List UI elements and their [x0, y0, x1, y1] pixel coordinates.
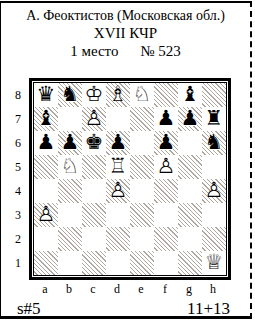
- problem-header: А. Феоктистов (Московская обл.) XVII КЧР…: [1, 3, 250, 60]
- square-a4: [34, 179, 58, 203]
- square-b2: [58, 227, 82, 251]
- rank-label-4: 4: [7, 179, 29, 203]
- author-line: А. Феоктистов (Московская обл.): [1, 7, 250, 24]
- rank-labels: 87654321: [7, 83, 29, 280]
- square-g3: [178, 203, 202, 227]
- piece-bP-a6: ♟: [34, 131, 58, 155]
- square-g4: [178, 179, 202, 203]
- piece-wR-d5: ♜♖: [106, 155, 130, 179]
- square-e3: [130, 203, 154, 227]
- square-b4: [58, 179, 82, 203]
- square-c8: ♚♔: [82, 83, 106, 107]
- square-h5: [202, 155, 226, 179]
- piece-wP-d4: ♟♙: [106, 179, 130, 203]
- square-g2: [178, 227, 202, 251]
- rank-label-1: 1: [7, 251, 29, 275]
- square-h7: ♜: [202, 107, 226, 131]
- square-h6: ♞: [202, 131, 226, 155]
- file-labels: abcdefgh: [33, 282, 250, 297]
- square-f2: [154, 227, 178, 251]
- piece-wN-b5: ♞♘: [58, 155, 82, 179]
- piece-wN-e8: ♞♘: [130, 83, 154, 107]
- square-e7: [130, 107, 154, 131]
- square-g6: [178, 131, 202, 155]
- file-label-a: a: [33, 282, 57, 297]
- square-b1: [58, 251, 82, 275]
- piece-wK-c8: ♚♔: [82, 83, 106, 107]
- square-c4: [82, 179, 106, 203]
- square-d5: ♜♖: [106, 155, 130, 179]
- problem-number: № 523: [140, 43, 181, 59]
- piece-bN-b8: ♞: [58, 83, 82, 107]
- square-e8: ♞♘: [130, 83, 154, 107]
- square-d7: [106, 107, 130, 131]
- file-label-g: g: [177, 282, 201, 297]
- square-d3: [106, 203, 130, 227]
- square-f1: [154, 251, 178, 275]
- piece-bP-d6: ♟: [106, 131, 130, 155]
- square-d4: ♟♙: [106, 179, 130, 203]
- square-f8: [154, 83, 178, 107]
- square-c1: [82, 251, 106, 275]
- square-h4: ♟♙: [202, 179, 226, 203]
- piece-bP-b6: ♟: [58, 131, 82, 155]
- square-e5: [130, 155, 154, 179]
- square-a1: [34, 251, 58, 275]
- file-label-b: b: [57, 282, 81, 297]
- piece-wP-c7: ♟♙: [82, 107, 106, 131]
- square-c7: ♟♙: [82, 107, 106, 131]
- square-f5: ♟♙: [154, 155, 178, 179]
- rank-label-8: 8: [7, 83, 29, 107]
- square-c6: ♚: [82, 131, 106, 155]
- square-f3: [154, 203, 178, 227]
- square-b5: ♞♘: [58, 155, 82, 179]
- problem-footer: s#5 11+13: [1, 297, 250, 319]
- square-a7: ♝: [34, 107, 58, 131]
- rank-label-5: 5: [7, 155, 29, 179]
- square-e6: [130, 131, 154, 155]
- square-d2: [106, 227, 130, 251]
- piece-bP-f7: ♟: [154, 107, 178, 131]
- square-f4: [154, 179, 178, 203]
- file-label-f: f: [153, 282, 177, 297]
- square-b3: [58, 203, 82, 227]
- square-d6: ♟: [106, 131, 130, 155]
- square-h3: [202, 203, 226, 227]
- square-a6: ♟: [34, 131, 58, 155]
- piece-bB-g8: ♝: [178, 83, 202, 107]
- piece-bP-g7: ♟: [178, 107, 202, 131]
- square-f7: ♟: [154, 107, 178, 131]
- material-count: 11+13: [187, 299, 230, 319]
- award-line: 1 место № 523: [1, 42, 250, 60]
- piece-bQ-a8: ♛: [34, 83, 58, 107]
- chess-board: ♛♞♚♔♝♗♞♘♝♝♟♙♟♟♜♟♟♚♟♟♞♞♘♜♖♟♙♟♙♟♙♟♙♛♕: [33, 82, 227, 276]
- piece-wQ-h1: ♛♕: [202, 251, 226, 275]
- file-label-d: d: [105, 282, 129, 297]
- piece-bN-h6: ♞: [202, 131, 226, 155]
- piece-bP-f6: ♟: [154, 131, 178, 155]
- square-d8: ♝♗: [106, 83, 130, 107]
- square-b7: [58, 107, 82, 131]
- rank-label-2: 2: [7, 227, 29, 251]
- piece-bK-c6: ♚: [82, 131, 106, 155]
- piece-wB-d8: ♝♗: [106, 83, 130, 107]
- square-g5: [178, 155, 202, 179]
- stipulation: s#5: [17, 299, 41, 319]
- square-e4: [130, 179, 154, 203]
- tournament-line: XVII КЧР: [1, 24, 250, 42]
- rank-label-7: 7: [7, 107, 29, 131]
- square-h1: ♛♕: [202, 251, 226, 275]
- piece-bR-h7: ♜: [202, 107, 226, 131]
- file-label-e: e: [129, 282, 153, 297]
- square-e1: [130, 251, 154, 275]
- square-a2: [34, 227, 58, 251]
- rank-label-3: 3: [7, 203, 29, 227]
- square-c5: [82, 155, 106, 179]
- award-place: 1 место: [70, 43, 118, 59]
- board-area: 87654321 ♛♞♚♔♝♗♞♘♝♝♟♙♟♟♜♟♟♚♟♟♞♞♘♜♖♟♙♟♙♟♙…: [7, 78, 250, 280]
- file-label-c: c: [81, 282, 105, 297]
- piece-wP-f5: ♟♙: [154, 155, 178, 179]
- square-b8: ♞: [58, 83, 82, 107]
- piece-wP-a3: ♟♙: [34, 203, 58, 227]
- square-f6: ♟: [154, 131, 178, 155]
- problem-card: А. Феоктистов (Московская обл.) XVII КЧР…: [0, 1, 252, 319]
- piece-wP-h4: ♟♙: [202, 179, 226, 203]
- square-a5: [34, 155, 58, 179]
- square-d1: [106, 251, 130, 275]
- square-b6: ♟: [58, 131, 82, 155]
- square-c2: [82, 227, 106, 251]
- square-a3: ♟♙: [34, 203, 58, 227]
- file-label-h: h: [201, 282, 225, 297]
- square-c3: [82, 203, 106, 227]
- rank-label-6: 6: [7, 131, 29, 155]
- square-g1: [178, 251, 202, 275]
- square-g8: ♝: [178, 83, 202, 107]
- piece-bB-a7: ♝: [34, 107, 58, 131]
- square-e2: [130, 227, 154, 251]
- square-h2: [202, 227, 226, 251]
- square-g7: ♟: [178, 107, 202, 131]
- board-frame: ♛♞♚♔♝♗♞♘♝♝♟♙♟♟♜♟♟♚♟♟♞♞♘♜♖♟♙♟♙♟♙♟♙♛♕: [29, 78, 231, 280]
- square-a8: ♛: [34, 83, 58, 107]
- square-h8: [202, 83, 226, 107]
